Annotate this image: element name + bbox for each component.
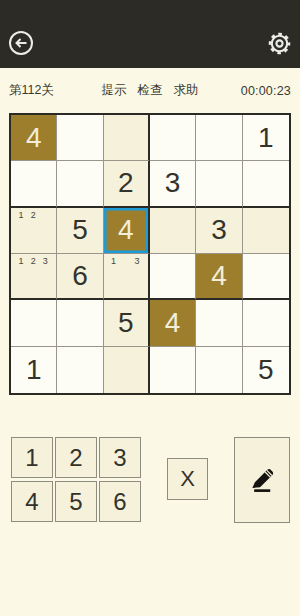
cell-r1c3[interactable] xyxy=(104,115,150,161)
cell-value: 2 xyxy=(118,167,134,199)
cell-r3c5[interactable]: 3 xyxy=(196,208,242,254)
number-pad: 123456 xyxy=(11,437,141,522)
action-menu: 提示 检查 求助 xyxy=(102,82,199,99)
cell-value: 3 xyxy=(165,167,181,199)
cell-r3c6[interactable] xyxy=(243,208,289,254)
key-2[interactable]: 2 xyxy=(55,437,97,478)
key-6[interactable]: 6 xyxy=(99,481,141,522)
cell-value: 4 xyxy=(26,122,42,154)
back-arrow-icon xyxy=(8,30,34,56)
cell-r1c4[interactable] xyxy=(150,115,196,161)
cell-r1c5[interactable] xyxy=(196,115,242,161)
cell-r6c3[interactable] xyxy=(104,347,150,393)
cell-r5c2[interactable] xyxy=(57,300,103,346)
cell-value: 4 xyxy=(165,307,181,339)
key-4[interactable]: 4 xyxy=(11,481,53,522)
cell-r3c1[interactable]: 12 xyxy=(11,208,57,254)
cell-r1c2[interactable] xyxy=(57,115,103,161)
pencil-notes: 12 xyxy=(15,209,51,222)
key-1[interactable]: 1 xyxy=(11,437,53,478)
cell-r5c4[interactable]: 4 xyxy=(150,300,196,346)
cell-r6c4[interactable] xyxy=(150,347,196,393)
cell-r4c2[interactable]: 6 xyxy=(57,254,103,300)
controls: 123456 X xyxy=(0,437,300,523)
status-bar: 第112关 提示 检查 求助 00:00:23 xyxy=(0,68,300,113)
cell-r4c6[interactable] xyxy=(243,254,289,300)
cell-r4c1[interactable]: 123 xyxy=(11,254,57,300)
sudoku-board: 41231254312361345415 xyxy=(9,113,291,395)
cell-value: 4 xyxy=(211,260,227,292)
cell-r5c3[interactable]: 5 xyxy=(104,300,150,346)
cell-r1c6[interactable]: 1 xyxy=(243,115,289,161)
cell-r2c6[interactable] xyxy=(243,161,289,207)
cell-value: 5 xyxy=(72,214,88,246)
cell-value: 1 xyxy=(26,354,42,386)
cell-r5c5[interactable] xyxy=(196,300,242,346)
key-5[interactable]: 5 xyxy=(55,481,97,522)
app-bar xyxy=(0,0,300,68)
cell-r5c6[interactable] xyxy=(243,300,289,346)
cell-r4c4[interactable] xyxy=(150,254,196,300)
cell-value: 5 xyxy=(258,354,274,386)
cell-r4c3[interactable]: 13 xyxy=(104,254,150,300)
cell-r1c1[interactable]: 4 xyxy=(11,115,57,161)
key-3[interactable]: 3 xyxy=(99,437,141,478)
cell-r2c1[interactable] xyxy=(11,161,57,207)
sudoku-app-screen: 第112关 提示 检查 求助 00:00:23 4123125431236134… xyxy=(0,0,300,616)
pencil-mode-button[interactable] xyxy=(234,437,290,523)
settings-button[interactable] xyxy=(265,29,293,57)
pencil-icon xyxy=(245,463,279,497)
timer: 00:00:23 xyxy=(241,84,291,98)
erase-button[interactable]: X xyxy=(167,458,208,500)
cell-r6c6[interactable]: 5 xyxy=(243,347,289,393)
cell-r2c4[interactable]: 3 xyxy=(150,161,196,207)
gear-icon xyxy=(267,31,292,56)
cell-value: 3 xyxy=(211,214,227,246)
back-button[interactable] xyxy=(7,29,35,57)
hint-button[interactable]: 提示 xyxy=(102,82,127,99)
cell-r6c1[interactable]: 1 xyxy=(11,347,57,393)
cell-r6c5[interactable] xyxy=(196,347,242,393)
cell-r3c3[interactable]: 4 xyxy=(104,208,150,254)
cell-r3c4[interactable] xyxy=(150,208,196,254)
cell-r2c2[interactable] xyxy=(57,161,103,207)
cell-value: 6 xyxy=(72,260,88,292)
level-label: 第112关 xyxy=(9,82,54,99)
cell-r4c5[interactable]: 4 xyxy=(196,254,242,300)
cell-r6c2[interactable] xyxy=(57,347,103,393)
pencil-notes: 13 xyxy=(108,255,143,268)
cell-r3c2[interactable]: 5 xyxy=(57,208,103,254)
cell-r5c1[interactable] xyxy=(11,300,57,346)
cell-r2c3[interactable]: 2 xyxy=(104,161,150,207)
cell-r2c5[interactable] xyxy=(196,161,242,207)
cell-value: 5 xyxy=(118,307,134,339)
pencil-notes: 123 xyxy=(15,255,51,268)
help-button[interactable]: 求助 xyxy=(174,82,199,99)
cell-value: 1 xyxy=(258,122,274,154)
check-button[interactable]: 检查 xyxy=(138,82,163,99)
cell-value: 4 xyxy=(118,214,134,246)
